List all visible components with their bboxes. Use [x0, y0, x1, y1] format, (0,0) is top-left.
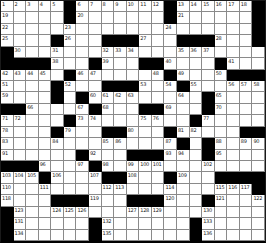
- white-cell[interactable]: 45: [39, 70, 52, 81]
- white-cell[interactable]: [26, 47, 39, 58]
- white-cell[interactable]: 33: [114, 47, 127, 58]
- white-cell[interactable]: 18: [240, 1, 253, 12]
- white-cell[interactable]: 31: [51, 47, 64, 58]
- white-cell[interactable]: 60: [89, 92, 102, 103]
- white-cell[interactable]: [227, 138, 240, 149]
- white-cell[interactable]: [76, 35, 89, 46]
- white-cell[interactable]: 112: [102, 184, 115, 195]
- white-cell[interactable]: [51, 12, 64, 23]
- white-cell[interactable]: 3: [26, 1, 39, 12]
- white-cell[interactable]: [202, 12, 215, 23]
- white-cell[interactable]: 47: [89, 70, 102, 81]
- white-cell[interactable]: [139, 92, 152, 103]
- white-cell[interactable]: 27: [139, 35, 152, 46]
- white-cell[interactable]: 134: [14, 230, 27, 241]
- white-cell[interactable]: [152, 218, 165, 229]
- white-cell[interactable]: 121: [215, 195, 228, 206]
- white-cell[interactable]: 50: [215, 70, 228, 81]
- white-cell[interactable]: [227, 161, 240, 172]
- white-cell[interactable]: [227, 218, 240, 229]
- white-cell[interactable]: [240, 47, 253, 58]
- white-cell[interactable]: [215, 115, 228, 126]
- white-cell[interactable]: [26, 92, 39, 103]
- white-cell[interactable]: 129: [152, 207, 165, 218]
- white-cell[interactable]: 26: [64, 35, 77, 46]
- white-cell[interactable]: [14, 24, 27, 35]
- white-cell[interactable]: 25: [1, 35, 14, 46]
- white-cell[interactable]: [240, 207, 253, 218]
- white-cell[interactable]: [39, 138, 52, 149]
- white-cell[interactable]: [76, 81, 89, 92]
- white-cell[interactable]: [39, 104, 52, 115]
- white-cell[interactable]: 32: [102, 47, 115, 58]
- white-cell[interactable]: 20: [76, 12, 89, 23]
- white-cell[interactable]: [64, 58, 77, 69]
- white-cell[interactable]: [152, 230, 165, 241]
- white-cell[interactable]: [240, 92, 253, 103]
- white-cell[interactable]: 98: [102, 161, 115, 172]
- white-cell[interactable]: [14, 92, 27, 103]
- white-cell[interactable]: [102, 24, 115, 35]
- white-cell[interactable]: [190, 104, 203, 115]
- white-cell[interactable]: [227, 230, 240, 241]
- white-cell[interactable]: [127, 70, 140, 81]
- white-cell[interactable]: 37: [202, 47, 215, 58]
- white-cell[interactable]: 28: [215, 35, 228, 46]
- white-cell[interactable]: [64, 230, 77, 241]
- white-cell[interactable]: 52: [64, 81, 77, 92]
- white-cell[interactable]: 62: [114, 92, 127, 103]
- white-cell[interactable]: 61: [102, 92, 115, 103]
- white-cell[interactable]: [89, 138, 102, 149]
- white-cell[interactable]: 91: [1, 150, 14, 161]
- white-cell[interactable]: [39, 150, 52, 161]
- white-cell[interactable]: [190, 138, 203, 149]
- white-cell[interactable]: [215, 207, 228, 218]
- white-cell[interactable]: [76, 127, 89, 138]
- white-cell[interactable]: [39, 92, 52, 103]
- white-cell[interactable]: 99: [127, 161, 140, 172]
- white-cell[interactable]: [152, 24, 165, 35]
- white-cell[interactable]: [51, 161, 64, 172]
- white-cell[interactable]: [177, 161, 190, 172]
- white-cell[interactable]: [252, 47, 265, 58]
- white-cell[interactable]: [252, 218, 265, 229]
- white-cell[interactable]: [177, 218, 190, 229]
- white-cell[interactable]: 12: [152, 1, 165, 12]
- white-cell[interactable]: 81: [177, 127, 190, 138]
- white-cell[interactable]: [190, 24, 203, 35]
- white-cell[interactable]: [139, 230, 152, 241]
- white-cell[interactable]: [76, 218, 89, 229]
- white-cell[interactable]: [26, 24, 39, 35]
- white-cell[interactable]: [26, 184, 39, 195]
- white-cell[interactable]: 79: [64, 127, 77, 138]
- white-cell[interactable]: 123: [14, 207, 27, 218]
- white-cell[interactable]: [114, 161, 127, 172]
- white-cell[interactable]: [51, 104, 64, 115]
- white-cell[interactable]: [139, 172, 152, 183]
- white-cell[interactable]: 86: [114, 138, 127, 149]
- white-cell[interactable]: [64, 161, 77, 172]
- white-cell[interactable]: [177, 230, 190, 241]
- white-cell[interactable]: [202, 172, 215, 183]
- white-cell[interactable]: [164, 92, 177, 103]
- white-cell[interactable]: [89, 127, 102, 138]
- white-cell[interactable]: 93: [164, 150, 177, 161]
- white-cell[interactable]: [114, 115, 127, 126]
- white-cell[interactable]: [164, 161, 177, 172]
- white-cell[interactable]: 89: [240, 138, 253, 149]
- white-cell[interactable]: [152, 138, 165, 149]
- white-cell[interactable]: [152, 127, 165, 138]
- white-cell[interactable]: [215, 127, 228, 138]
- white-cell[interactable]: 23: [64, 24, 77, 35]
- white-cell[interactable]: [26, 115, 39, 126]
- white-cell[interactable]: [202, 70, 215, 81]
- white-cell[interactable]: 10: [127, 1, 140, 12]
- white-cell[interactable]: [139, 47, 152, 58]
- white-cell[interactable]: 92: [89, 150, 102, 161]
- white-cell[interactable]: [127, 184, 140, 195]
- white-cell[interactable]: 78: [1, 127, 14, 138]
- white-cell[interactable]: 75: [139, 115, 152, 126]
- white-cell[interactable]: [114, 70, 127, 81]
- white-cell[interactable]: [202, 127, 215, 138]
- white-cell[interactable]: [89, 35, 102, 46]
- white-cell[interactable]: 35: [177, 47, 190, 58]
- white-cell[interactable]: [227, 92, 240, 103]
- white-cell[interactable]: 69: [164, 104, 177, 115]
- white-cell[interactable]: [190, 12, 203, 23]
- white-cell[interactable]: 115: [215, 184, 228, 195]
- white-cell[interactable]: [177, 184, 190, 195]
- white-cell[interactable]: 135: [102, 230, 115, 241]
- white-cell[interactable]: [89, 81, 102, 92]
- white-cell[interactable]: 126: [76, 207, 89, 218]
- white-cell[interactable]: 68: [102, 104, 115, 115]
- white-cell[interactable]: 22: [1, 24, 14, 35]
- white-cell[interactable]: 38: [51, 58, 64, 69]
- white-cell[interactable]: [164, 35, 177, 46]
- white-cell[interactable]: [164, 115, 177, 126]
- white-cell[interactable]: [240, 218, 253, 229]
- white-cell[interactable]: [14, 184, 27, 195]
- white-cell[interactable]: [252, 150, 265, 161]
- white-cell[interactable]: [240, 161, 253, 172]
- white-cell[interactable]: 105: [26, 172, 39, 183]
- white-cell[interactable]: [139, 24, 152, 35]
- white-cell[interactable]: [114, 12, 127, 23]
- white-cell[interactable]: [252, 104, 265, 115]
- white-cell[interactable]: [39, 230, 52, 241]
- white-cell[interactable]: [114, 150, 127, 161]
- white-cell[interactable]: [89, 47, 102, 58]
- white-cell[interactable]: 41: [227, 58, 240, 69]
- white-cell[interactable]: [152, 184, 165, 195]
- white-cell[interactable]: 124: [51, 207, 64, 218]
- white-cell[interactable]: [76, 24, 89, 35]
- white-cell[interactable]: [164, 47, 177, 58]
- white-cell[interactable]: [89, 207, 102, 218]
- white-cell[interactable]: 83: [1, 138, 14, 149]
- white-cell[interactable]: [190, 172, 203, 183]
- white-cell[interactable]: [252, 115, 265, 126]
- white-cell[interactable]: 94: [177, 150, 190, 161]
- white-cell[interactable]: 117: [240, 184, 253, 195]
- white-cell[interactable]: [240, 104, 253, 115]
- white-cell[interactable]: [64, 47, 77, 58]
- white-cell[interactable]: [127, 115, 140, 126]
- white-cell[interactable]: 102: [202, 161, 215, 172]
- white-cell[interactable]: [114, 230, 127, 241]
- white-cell[interactable]: [76, 184, 89, 195]
- white-cell[interactable]: [227, 12, 240, 23]
- white-cell[interactable]: 84: [51, 138, 64, 149]
- white-cell[interactable]: 51: [1, 81, 14, 92]
- white-cell[interactable]: 2: [14, 1, 27, 12]
- white-cell[interactable]: 43: [14, 70, 27, 81]
- white-cell[interactable]: [202, 24, 215, 35]
- white-cell[interactable]: 127: [127, 207, 140, 218]
- white-cell[interactable]: [190, 92, 203, 103]
- white-cell[interactable]: [227, 104, 240, 115]
- white-cell[interactable]: [39, 24, 52, 35]
- white-cell[interactable]: 57: [240, 81, 253, 92]
- white-cell[interactable]: [39, 35, 52, 46]
- white-cell[interactable]: [64, 92, 77, 103]
- white-cell[interactable]: [164, 207, 177, 218]
- white-cell[interactable]: 132: [102, 218, 115, 229]
- white-cell[interactable]: [240, 230, 253, 241]
- white-cell[interactable]: [39, 12, 52, 23]
- white-cell[interactable]: [14, 35, 27, 46]
- white-cell[interactable]: 8: [102, 1, 115, 12]
- white-cell[interactable]: [64, 184, 77, 195]
- white-cell[interactable]: 54: [164, 81, 177, 92]
- white-cell[interactable]: 48: [152, 70, 165, 81]
- white-cell[interactable]: [215, 81, 228, 92]
- white-cell[interactable]: [127, 12, 140, 23]
- white-cell[interactable]: 63: [127, 92, 140, 103]
- white-cell[interactable]: 74: [89, 115, 102, 126]
- white-cell[interactable]: 116: [227, 184, 240, 195]
- white-cell[interactable]: [227, 47, 240, 58]
- white-cell[interactable]: [190, 58, 203, 69]
- white-cell[interactable]: [202, 184, 215, 195]
- white-cell[interactable]: [252, 58, 265, 69]
- white-cell[interactable]: [240, 12, 253, 23]
- white-cell[interactable]: [227, 115, 240, 126]
- white-cell[interactable]: [51, 115, 64, 126]
- white-cell[interactable]: [227, 207, 240, 218]
- white-cell[interactable]: [14, 12, 27, 23]
- white-cell[interactable]: 55: [190, 81, 203, 92]
- white-cell[interactable]: 110: [1, 184, 14, 195]
- white-cell[interactable]: 72: [14, 115, 27, 126]
- white-cell[interactable]: [14, 138, 27, 149]
- white-cell[interactable]: [39, 115, 52, 126]
- white-cell[interactable]: [177, 58, 190, 69]
- white-cell[interactable]: 6: [76, 1, 89, 12]
- white-cell[interactable]: 125: [64, 207, 77, 218]
- white-cell[interactable]: [14, 150, 27, 161]
- white-cell[interactable]: [102, 150, 115, 161]
- white-cell[interactable]: 119: [89, 195, 102, 206]
- white-cell[interactable]: 120: [164, 195, 177, 206]
- white-cell[interactable]: 88: [215, 138, 228, 149]
- white-cell[interactable]: [215, 24, 228, 35]
- white-cell[interactable]: 46: [76, 70, 89, 81]
- white-cell[interactable]: [190, 161, 203, 172]
- white-cell[interactable]: [89, 12, 102, 23]
- white-cell[interactable]: 7: [89, 1, 102, 12]
- white-cell[interactable]: [14, 127, 27, 138]
- white-cell[interactable]: [114, 58, 127, 69]
- white-cell[interactable]: [26, 12, 39, 23]
- white-cell[interactable]: [252, 161, 265, 172]
- white-cell[interactable]: 107: [89, 172, 102, 183]
- white-cell[interactable]: [152, 47, 165, 58]
- white-cell[interactable]: [177, 104, 190, 115]
- white-cell[interactable]: 39: [102, 58, 115, 69]
- white-cell[interactable]: [76, 47, 89, 58]
- white-cell[interactable]: 85: [102, 138, 115, 149]
- white-cell[interactable]: [64, 150, 77, 161]
- white-cell[interactable]: 13: [177, 1, 190, 12]
- white-cell[interactable]: 4: [39, 1, 52, 12]
- white-cell[interactable]: 16: [215, 1, 228, 12]
- white-cell[interactable]: 59: [1, 92, 14, 103]
- white-cell[interactable]: 71: [1, 115, 14, 126]
- white-cell[interactable]: [14, 195, 27, 206]
- white-cell[interactable]: 95: [215, 150, 228, 161]
- white-cell[interactable]: [139, 12, 152, 23]
- white-cell[interactable]: 76: [152, 115, 165, 126]
- white-cell[interactable]: 136: [202, 230, 215, 241]
- white-cell[interactable]: [39, 81, 52, 92]
- white-cell[interactable]: 14: [190, 1, 203, 12]
- white-cell[interactable]: 130: [202, 207, 215, 218]
- white-cell[interactable]: [215, 218, 228, 229]
- white-cell[interactable]: [240, 195, 253, 206]
- white-cell[interactable]: 82: [190, 127, 203, 138]
- white-cell[interactable]: [127, 138, 140, 149]
- white-cell[interactable]: [190, 150, 203, 161]
- white-cell[interactable]: [26, 81, 39, 92]
- white-cell[interactable]: [152, 12, 165, 23]
- white-cell[interactable]: 34: [127, 47, 140, 58]
- white-cell[interactable]: [177, 207, 190, 218]
- white-cell[interactable]: [89, 184, 102, 195]
- white-cell[interactable]: 66: [26, 104, 39, 115]
- white-cell[interactable]: 96: [39, 161, 52, 172]
- white-cell[interactable]: [227, 150, 240, 161]
- white-cell[interactable]: [26, 195, 39, 206]
- white-cell[interactable]: [252, 230, 265, 241]
- white-cell[interactable]: 17: [227, 1, 240, 12]
- white-cell[interactable]: 42: [1, 70, 14, 81]
- white-cell[interactable]: [190, 195, 203, 206]
- white-cell[interactable]: 104: [14, 172, 27, 183]
- white-cell[interactable]: [139, 184, 152, 195]
- white-cell[interactable]: 21: [177, 12, 190, 23]
- white-cell[interactable]: [26, 230, 39, 241]
- white-cell[interactable]: [39, 218, 52, 229]
- white-cell[interactable]: [89, 24, 102, 35]
- white-cell[interactable]: [177, 195, 190, 206]
- white-cell[interactable]: [51, 150, 64, 161]
- white-cell[interactable]: [114, 24, 127, 35]
- white-cell[interactable]: [127, 58, 140, 69]
- white-cell[interactable]: [190, 70, 203, 81]
- white-cell[interactable]: 11: [139, 1, 152, 12]
- white-cell[interactable]: 131: [14, 218, 27, 229]
- white-cell[interactable]: 67: [76, 104, 89, 115]
- white-cell[interactable]: [240, 115, 253, 126]
- white-cell[interactable]: 97: [76, 161, 89, 172]
- white-cell[interactable]: [64, 138, 77, 149]
- white-cell[interactable]: [39, 195, 52, 206]
- white-cell[interactable]: 103: [1, 172, 14, 183]
- white-cell[interactable]: [139, 70, 152, 81]
- white-cell[interactable]: [190, 207, 203, 218]
- white-cell[interactable]: [240, 24, 253, 35]
- white-cell[interactable]: [202, 81, 215, 92]
- white-cell[interactable]: [26, 218, 39, 229]
- white-cell[interactable]: [26, 150, 39, 161]
- white-cell[interactable]: [127, 218, 140, 229]
- white-cell[interactable]: 40: [164, 58, 177, 69]
- white-cell[interactable]: 114: [164, 184, 177, 195]
- white-cell[interactable]: 113: [114, 184, 127, 195]
- white-cell[interactable]: 70: [215, 104, 228, 115]
- white-cell[interactable]: [215, 47, 228, 58]
- white-cell[interactable]: 9: [114, 1, 127, 12]
- white-cell[interactable]: [76, 230, 89, 241]
- white-cell[interactable]: 1: [1, 1, 14, 12]
- white-cell[interactable]: 111: [39, 184, 52, 195]
- white-cell[interactable]: [152, 172, 165, 183]
- white-cell[interactable]: 36: [190, 47, 203, 58]
- white-cell[interactable]: [26, 207, 39, 218]
- white-cell[interactable]: [252, 92, 265, 103]
- white-cell[interactable]: [64, 218, 77, 229]
- white-cell[interactable]: [51, 184, 64, 195]
- white-cell[interactable]: 109: [177, 172, 190, 183]
- white-cell[interactable]: 106: [51, 172, 64, 183]
- white-cell[interactable]: [102, 12, 115, 23]
- white-cell[interactable]: 128: [139, 207, 152, 218]
- white-cell[interactable]: [240, 58, 253, 69]
- white-cell[interactable]: [39, 207, 52, 218]
- white-cell[interactable]: [139, 138, 152, 149]
- white-cell[interactable]: [152, 35, 165, 46]
- white-cell[interactable]: 15: [202, 1, 215, 12]
- white-cell[interactable]: [139, 127, 152, 138]
- white-cell[interactable]: 56: [227, 81, 240, 92]
- white-cell[interactable]: [102, 115, 115, 126]
- white-cell[interactable]: [227, 35, 240, 46]
- white-cell[interactable]: [39, 47, 52, 58]
- white-cell[interactable]: [227, 24, 240, 35]
- white-cell[interactable]: [51, 70, 64, 81]
- white-cell[interactable]: [102, 70, 115, 81]
- white-cell[interactable]: [51, 218, 64, 229]
- white-cell[interactable]: [76, 172, 89, 183]
- white-cell[interactable]: [39, 127, 52, 138]
- white-cell[interactable]: [76, 58, 89, 69]
